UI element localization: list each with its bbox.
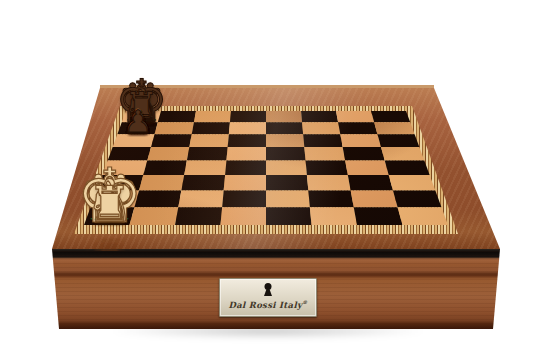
keyhole-tail [264,289,272,296]
brand-name: Dal Rossi Italy [229,300,303,310]
brand-text: Dal Rossi Italy® [220,299,316,310]
brand-plate: Dal Rossi Italy® [219,278,317,317]
trademark-symbol: ® [302,299,307,305]
keyhole-circle [265,283,272,290]
keyhole-icon [263,283,273,296]
white-rook-a1: ♜ [88,180,132,229]
black-pawn-a7: ♟ [124,107,151,137]
product-photo-scene: ♜♞♝♛♚♝♞♜ ♜♞♝♛♚♝♞♜♟♟♟♟♟♟♟♟♟♟♟♟♟♟♟♟♜♞♝♛♚♝♞… [0,0,533,355]
